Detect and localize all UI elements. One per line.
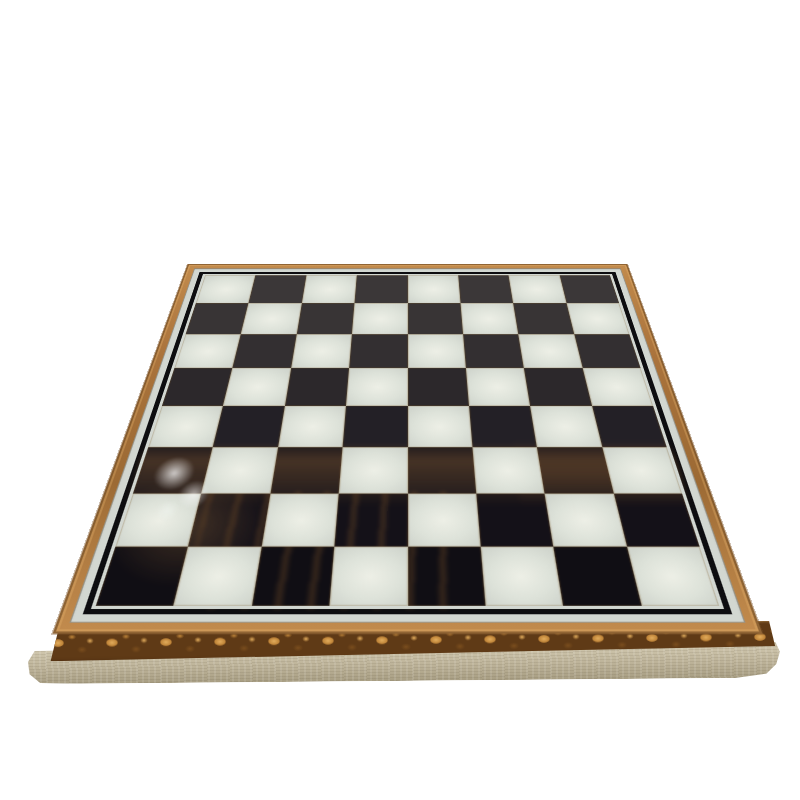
square	[115, 494, 201, 547]
square	[458, 275, 513, 303]
square	[188, 494, 270, 547]
square	[408, 275, 461, 303]
square	[355, 275, 408, 303]
product-photo	[0, 0, 800, 800]
square	[614, 494, 700, 547]
square	[513, 303, 574, 334]
square	[297, 303, 355, 334]
square	[174, 546, 262, 606]
square	[346, 368, 407, 405]
square	[469, 406, 537, 448]
square	[352, 303, 407, 334]
square	[566, 303, 629, 334]
square	[476, 494, 553, 547]
square	[408, 494, 481, 547]
square	[261, 494, 338, 547]
square	[285, 368, 349, 405]
square	[408, 303, 463, 334]
square	[241, 303, 302, 334]
square	[602, 447, 682, 494]
board-grid	[96, 275, 719, 606]
square	[466, 368, 530, 405]
square	[627, 546, 720, 606]
square	[408, 334, 466, 368]
square	[472, 447, 545, 494]
square	[252, 546, 335, 606]
square	[186, 303, 249, 334]
square	[291, 334, 352, 368]
square	[408, 546, 486, 606]
square	[349, 334, 407, 368]
square	[559, 275, 619, 303]
square	[582, 368, 653, 405]
square	[148, 406, 223, 448]
square	[223, 368, 291, 405]
square	[574, 334, 641, 368]
square	[463, 334, 524, 368]
square	[530, 406, 602, 448]
square	[509, 275, 567, 303]
square	[96, 546, 189, 606]
square	[524, 368, 592, 405]
square	[302, 275, 357, 303]
board-pinstripe-border	[83, 272, 733, 614]
square	[278, 406, 346, 448]
square	[343, 406, 408, 448]
square	[233, 334, 297, 368]
square	[339, 447, 408, 494]
square	[196, 275, 256, 303]
square	[334, 494, 407, 547]
square	[545, 494, 627, 547]
square	[481, 546, 564, 606]
board-margin	[69, 268, 745, 622]
square	[213, 406, 285, 448]
square	[408, 368, 469, 405]
square	[133, 447, 213, 494]
square	[162, 368, 233, 405]
square	[408, 406, 473, 448]
square	[537, 447, 613, 494]
square	[249, 275, 307, 303]
square	[270, 447, 343, 494]
square	[592, 406, 667, 448]
square	[460, 303, 518, 334]
square	[330, 546, 408, 606]
square	[518, 334, 582, 368]
square	[201, 447, 277, 494]
chess-board	[53, 264, 763, 633]
square	[408, 447, 477, 494]
square	[174, 334, 241, 368]
